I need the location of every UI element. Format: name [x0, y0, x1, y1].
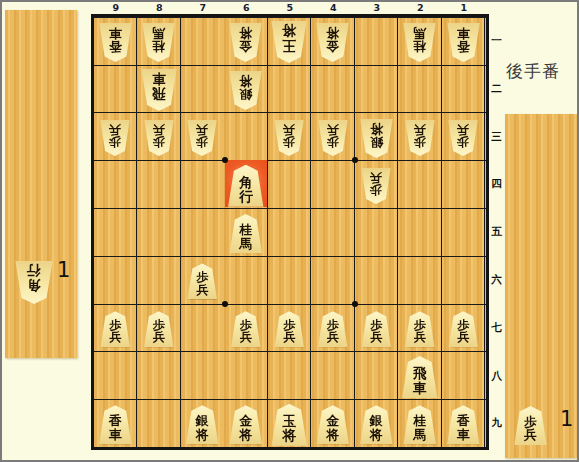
star-point — [352, 157, 358, 163]
gote-piece-歩兵[interactable]: 歩兵 — [187, 120, 217, 156]
piece-kanji: 将 — [370, 122, 383, 136]
file-label-8: 8 — [156, 3, 163, 13]
piece-kanji: 歩 — [109, 136, 121, 149]
sente-piece-桂馬[interactable]: 桂馬 — [229, 214, 262, 253]
sente-piece-歩兵[interactable]: 歩兵 — [361, 311, 391, 347]
gote-piece-金将[interactable]: 金将 — [229, 23, 262, 62]
gote-hand-count: 1 — [57, 258, 70, 282]
sente-piece-銀将[interactable]: 銀将 — [186, 405, 219, 444]
piece-kanji: 兵 — [370, 331, 382, 344]
piece-kanji: 兵 — [109, 331, 121, 344]
piece-kanji: 兵 — [327, 123, 339, 136]
file-label-1: 1 — [460, 3, 467, 13]
piece-kanji: 歩 — [457, 136, 469, 149]
piece-kanji: 飛 — [413, 366, 427, 380]
piece-kanji: 将 — [282, 24, 296, 38]
piece-kanji: 角 — [27, 278, 41, 292]
piece-kanji: 桂 — [413, 414, 426, 428]
piece-kanji: 歩 — [327, 136, 339, 149]
gote-piece-銀将[interactable]: 銀将 — [360, 119, 393, 158]
rank-label-2: 二 — [490, 82, 503, 96]
gote-piece-歩兵[interactable]: 歩兵 — [448, 120, 478, 156]
gote-piece-桂馬[interactable]: 桂馬 — [142, 23, 175, 62]
piece-kanji: 馬 — [413, 26, 426, 40]
piece-kanji: 歩 — [196, 136, 208, 149]
star-point — [222, 157, 228, 163]
piece-kanji: 銀 — [239, 87, 252, 101]
piece-kanji: 兵 — [283, 123, 295, 136]
piece-kanji: 金 — [239, 414, 252, 428]
piece-kanji: 兵 — [457, 331, 469, 344]
rank-label-5: 五 — [490, 225, 503, 239]
piece-kanji: 馬 — [239, 237, 252, 251]
piece-kanji: 歩 — [153, 136, 165, 149]
piece-kanji: 兵 — [153, 123, 165, 136]
piece-kanji: 将 — [370, 428, 383, 442]
sente-piece-飛車[interactable]: 飛車 — [402, 356, 438, 398]
turn-indicator: 後手番 — [506, 60, 578, 83]
gote-piece-歩兵[interactable]: 歩兵 — [100, 120, 130, 156]
piece-kanji: 桂 — [152, 39, 165, 53]
star-point — [222, 301, 228, 307]
file-label-3: 3 — [373, 3, 380, 13]
gote-piece-歩兵[interactable]: 歩兵 — [274, 120, 304, 156]
sente-piece-金将[interactable]: 金将 — [229, 405, 262, 444]
piece-kanji: 桂 — [239, 223, 252, 237]
piece-kanji: 兵 — [153, 331, 165, 344]
board-squares[interactable]: 香車桂馬金将王将金将桂馬香車飛車銀将歩兵歩兵歩兵歩兵歩兵銀将歩兵歩兵角行歩兵桂馬… — [94, 17, 486, 447]
piece-kanji: 行 — [27, 264, 41, 278]
piece-kanji: 兵 — [524, 428, 537, 442]
piece-kanji: 兵 — [283, 331, 295, 344]
rank-label-9: 九 — [490, 416, 503, 430]
piece-kanji: 歩 — [524, 415, 537, 429]
piece-kanji: 将 — [196, 428, 209, 442]
sente-piece-歩兵[interactable]: 歩兵 — [448, 311, 478, 347]
gote-piece-銀将[interactable]: 銀将 — [229, 71, 262, 110]
piece-kanji: 桂 — [413, 39, 426, 53]
sente-piece-歩兵[interactable]: 歩兵 — [100, 311, 130, 347]
sente-piece-香車[interactable]: 香車 — [447, 405, 480, 444]
piece-kanji: 香 — [457, 39, 470, 53]
piece-kanji: 玉 — [282, 414, 296, 428]
gote-piece-歩兵[interactable]: 歩兵 — [144, 120, 174, 156]
piece-kanji: 飛 — [152, 87, 166, 101]
gote-piece-香車[interactable]: 香車 — [99, 23, 132, 62]
rank-label-6: 六 — [490, 273, 503, 287]
piece-kanji: 歩 — [370, 184, 382, 197]
piece-kanji: 王 — [282, 39, 296, 53]
gote-piece-歩兵[interactable]: 歩兵 — [405, 120, 435, 156]
piece-kanji: 香 — [109, 414, 122, 428]
piece-kanji: 兵 — [327, 331, 339, 344]
sente-piece-玉将[interactable]: 玉将 — [271, 404, 307, 446]
sente-piece-歩兵[interactable]: 歩兵 — [231, 311, 261, 347]
piece-kanji: 兵 — [370, 171, 382, 184]
piece-kanji: 金 — [326, 414, 339, 428]
sente-piece-歩兵[interactable]: 歩兵 — [187, 263, 217, 299]
sente-piece-歩兵[interactable]: 歩兵 — [405, 311, 435, 347]
sente-piece-銀将[interactable]: 銀将 — [360, 405, 393, 444]
gote-piece-飛車[interactable]: 飛車 — [141, 69, 177, 111]
piece-kanji: 歩 — [283, 136, 295, 149]
gote-piece-歩兵[interactable]: 歩兵 — [361, 168, 391, 204]
piece-kanji: 将 — [282, 428, 296, 442]
piece-kanji: 車 — [457, 428, 470, 442]
shogi-app: 角行 香車桂馬金将王将金将桂馬香車飛車銀将歩兵歩兵歩兵歩兵歩兵銀将歩兵歩兵角行歩… — [0, 0, 579, 462]
sente-piece-桂馬[interactable]: 桂馬 — [403, 405, 436, 444]
file-label-4: 4 — [330, 3, 337, 13]
piece-kanji: 車 — [457, 26, 470, 40]
star-point — [352, 301, 358, 307]
sente-piece-歩兵[interactable]: 歩兵 — [144, 311, 174, 347]
gote-piece-歩兵[interactable]: 歩兵 — [318, 120, 348, 156]
piece-kanji: 香 — [109, 39, 122, 53]
gote-piece-香車[interactable]: 香車 — [447, 23, 480, 62]
piece-kanji: 兵 — [109, 123, 121, 136]
rank-label-7: 七 — [490, 321, 503, 335]
piece-kanji: 兵 — [240, 331, 252, 344]
piece-kanji: 将 — [239, 74, 252, 88]
sente-piece-香車[interactable]: 香車 — [99, 405, 132, 444]
piece-kanji: 角 — [239, 175, 253, 189]
gote-piece-金将[interactable]: 金将 — [316, 23, 349, 62]
file-label-5: 5 — [286, 3, 293, 13]
gote-piece-桂馬[interactable]: 桂馬 — [403, 23, 436, 62]
sente-piece-歩兵[interactable]: 歩兵 — [274, 311, 304, 347]
gote-hand-tray[interactable]: 角行 — [5, 10, 77, 358]
piece-kanji: 金 — [326, 39, 339, 53]
piece-kanji: 歩 — [414, 136, 426, 149]
rank-label-1: 一 — [490, 34, 503, 48]
piece-kanji: 将 — [239, 428, 252, 442]
piece-kanji: 車 — [109, 428, 122, 442]
piece-kanji: 兵 — [414, 123, 426, 136]
piece-kanji: 銀 — [196, 414, 209, 428]
piece-kanji: 行 — [239, 189, 253, 203]
sente-piece-金将[interactable]: 金将 — [316, 405, 349, 444]
piece-kanji: 馬 — [152, 26, 165, 40]
piece-kanji: 銀 — [370, 414, 383, 428]
sente-piece-歩兵[interactable]: 歩兵 — [318, 311, 348, 347]
shogi-board[interactable]: 香車桂馬金将王将金将桂馬香車飛車銀将歩兵歩兵歩兵歩兵歩兵銀将歩兵歩兵角行歩兵桂馬… — [91, 14, 489, 450]
piece-kanji: 馬 — [413, 428, 426, 442]
rank-label-3: 三 — [490, 130, 503, 144]
file-label-7: 7 — [199, 3, 206, 13]
gote-piece-王将[interactable]: 王将 — [271, 21, 307, 63]
sente-hand-count: 1 — [560, 407, 573, 431]
piece-kanji: 将 — [326, 428, 339, 442]
piece-kanji: 兵 — [457, 123, 469, 136]
rank-label-8: 八 — [490, 369, 503, 383]
piece-kanji: 将 — [239, 26, 252, 40]
sente-piece-歩兵[interactable]: 歩兵 — [514, 406, 547, 445]
piece-kanji: 車 — [109, 26, 122, 40]
file-label-6: 6 — [243, 3, 250, 13]
piece-kanji: 車 — [413, 381, 427, 395]
piece-kanji: 銀 — [370, 135, 383, 149]
piece-kanji: 金 — [239, 39, 252, 53]
piece-kanji: 車 — [152, 72, 166, 86]
file-label-9: 9 — [112, 3, 119, 13]
piece-kanji: 将 — [326, 26, 339, 40]
piece-kanji: 兵 — [414, 331, 426, 344]
piece-kanji: 兵 — [196, 284, 208, 297]
piece-kanji: 香 — [457, 414, 470, 428]
rank-label-4: 四 — [490, 177, 503, 191]
file-label-2: 2 — [417, 3, 424, 13]
piece-kanji: 歩 — [196, 271, 208, 284]
piece-kanji: 兵 — [196, 123, 208, 136]
gote-piece-角行[interactable]: 角行 — [15, 261, 53, 304]
